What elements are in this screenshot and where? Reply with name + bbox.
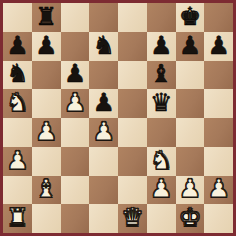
square-a5[interactable]: ♞ — [3, 89, 32, 118]
square-c7[interactable] — [61, 32, 90, 61]
square-h2[interactable]: ♟ — [204, 176, 233, 205]
square-e2[interactable] — [118, 176, 147, 205]
white-queen[interactable]: ♛ — [121, 205, 143, 230]
square-b3[interactable] — [32, 147, 61, 176]
white-pawn[interactable]: ♟ — [35, 119, 57, 144]
square-a8[interactable] — [3, 3, 32, 32]
chess-board-frame: ♜♚♟♟♞♟♟♟♞♟♝♞♟♟♛♟♟♟♞♝♟♟♟♜♛♚ — [0, 0, 236, 236]
black-rook[interactable]: ♜ — [35, 4, 57, 29]
square-a2[interactable] — [3, 176, 32, 205]
square-c5[interactable]: ♟ — [61, 89, 90, 118]
square-h4[interactable] — [204, 118, 233, 147]
square-g8[interactable]: ♚ — [176, 3, 205, 32]
square-f4[interactable] — [147, 118, 176, 147]
black-pawn[interactable]: ♟ — [35, 33, 57, 58]
square-c8[interactable] — [61, 3, 90, 32]
black-bishop[interactable]: ♝ — [150, 61, 172, 86]
square-f2[interactable]: ♟ — [147, 176, 176, 205]
square-f6[interactable]: ♝ — [147, 61, 176, 90]
square-f5[interactable]: ♛ — [147, 89, 176, 118]
square-e6[interactable] — [118, 61, 147, 90]
black-pawn[interactable]: ♟ — [92, 90, 114, 115]
black-pawn[interactable]: ♟ — [64, 61, 86, 86]
square-h8[interactable] — [204, 3, 233, 32]
square-g6[interactable] — [176, 61, 205, 90]
square-c2[interactable] — [61, 176, 90, 205]
black-knight[interactable]: ♞ — [6, 61, 28, 86]
square-b6[interactable] — [32, 61, 61, 90]
square-d1[interactable] — [89, 204, 118, 233]
square-c1[interactable] — [61, 204, 90, 233]
white-knight[interactable]: ♞ — [150, 148, 172, 173]
square-h7[interactable]: ♟ — [204, 32, 233, 61]
square-a3[interactable]: ♟ — [3, 147, 32, 176]
square-g1[interactable]: ♚ — [176, 204, 205, 233]
square-d4[interactable]: ♟ — [89, 118, 118, 147]
square-e4[interactable] — [118, 118, 147, 147]
square-d2[interactable] — [89, 176, 118, 205]
square-a6[interactable]: ♞ — [3, 61, 32, 90]
square-e3[interactable] — [118, 147, 147, 176]
square-h1[interactable] — [204, 204, 233, 233]
square-f8[interactable] — [147, 3, 176, 32]
white-pawn[interactable]: ♟ — [92, 119, 114, 144]
square-e1[interactable]: ♛ — [118, 204, 147, 233]
black-pawn[interactable]: ♟ — [150, 33, 172, 58]
square-e8[interactable] — [118, 3, 147, 32]
square-c3[interactable] — [61, 147, 90, 176]
square-g2[interactable]: ♟ — [176, 176, 205, 205]
black-king[interactable]: ♚ — [179, 4, 201, 29]
square-b5[interactable] — [32, 89, 61, 118]
square-g7[interactable]: ♟ — [176, 32, 205, 61]
black-pawn[interactable]: ♟ — [207, 33, 229, 58]
black-pawn[interactable]: ♟ — [6, 33, 28, 58]
white-pawn[interactable]: ♟ — [64, 90, 86, 115]
square-b4[interactable]: ♟ — [32, 118, 61, 147]
white-rook[interactable]: ♜ — [6, 205, 28, 230]
black-queen[interactable]: ♛ — [150, 90, 172, 115]
square-a4[interactable] — [3, 118, 32, 147]
square-c6[interactable]: ♟ — [61, 61, 90, 90]
square-g4[interactable] — [176, 118, 205, 147]
chess-board: ♜♚♟♟♞♟♟♟♞♟♝♞♟♟♛♟♟♟♞♝♟♟♟♜♛♚ — [3, 3, 233, 233]
square-c4[interactable] — [61, 118, 90, 147]
square-d6[interactable] — [89, 61, 118, 90]
white-knight[interactable]: ♞ — [6, 90, 28, 115]
black-knight[interactable]: ♞ — [92, 33, 114, 58]
square-f1[interactable] — [147, 204, 176, 233]
square-b1[interactable] — [32, 204, 61, 233]
square-h3[interactable] — [204, 147, 233, 176]
white-bishop[interactable]: ♝ — [35, 176, 57, 201]
square-g5[interactable] — [176, 89, 205, 118]
square-a7[interactable]: ♟ — [3, 32, 32, 61]
square-a1[interactable]: ♜ — [3, 204, 32, 233]
white-pawn[interactable]: ♟ — [6, 148, 28, 173]
square-f7[interactable]: ♟ — [147, 32, 176, 61]
square-e7[interactable] — [118, 32, 147, 61]
square-d7[interactable]: ♞ — [89, 32, 118, 61]
square-d8[interactable] — [89, 3, 118, 32]
white-pawn[interactable]: ♟ — [207, 176, 229, 201]
square-h5[interactable] — [204, 89, 233, 118]
white-pawn[interactable]: ♟ — [179, 176, 201, 201]
square-h6[interactable] — [204, 61, 233, 90]
square-f3[interactable]: ♞ — [147, 147, 176, 176]
square-b2[interactable]: ♝ — [32, 176, 61, 205]
square-b7[interactable]: ♟ — [32, 32, 61, 61]
square-d3[interactable] — [89, 147, 118, 176]
black-pawn[interactable]: ♟ — [179, 33, 201, 58]
square-b8[interactable]: ♜ — [32, 3, 61, 32]
square-g3[interactable] — [176, 147, 205, 176]
square-e5[interactable] — [118, 89, 147, 118]
white-king[interactable]: ♚ — [179, 205, 201, 230]
white-pawn[interactable]: ♟ — [150, 176, 172, 201]
square-d5[interactable]: ♟ — [89, 89, 118, 118]
